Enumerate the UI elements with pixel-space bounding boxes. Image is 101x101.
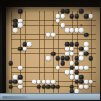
star-point [24,53,25,54]
stone-black [60,61,65,66]
goban[interactable] [6,7,101,93]
stone-white [56,19,61,24]
stone-white [79,56,84,61]
stone-white [89,80,94,85]
stone-white [18,23,23,28]
stone-white [18,66,23,71]
stone-black [51,51,56,56]
stone-white [23,47,28,52]
stone-white [56,66,61,71]
stone-black [8,61,13,66]
stone-black [84,33,89,38]
stone-black [56,84,61,89]
stone-black [84,51,89,56]
stone-white [13,28,18,33]
star-point [52,25,53,26]
stone-white [18,84,23,89]
star-point [81,25,82,26]
star-point [24,81,25,82]
photo-edge-sliver [0,0,2,100]
stone-black [74,14,79,19]
stone-black [79,9,84,14]
stone-white [79,28,84,33]
bottom-status-bar[interactable] [0,93,100,101]
star-point [24,25,25,26]
stone-white [84,66,89,71]
stone-white [84,84,89,89]
stone-white [60,14,65,19]
screen [0,0,100,100]
stone-black [65,56,70,61]
status-bar-smudge [2,96,28,99]
stone-black [65,9,70,14]
stone-white [46,56,51,61]
stone-white [51,33,56,38]
stone-white [70,51,75,56]
board-grid[interactable] [11,11,96,96]
stone-black [89,56,94,61]
stone-black [18,9,23,14]
stone-white [89,14,94,19]
stone-black [8,84,13,89]
stone-white [27,42,32,47]
stone-white [60,23,65,28]
stone-black [74,42,79,47]
